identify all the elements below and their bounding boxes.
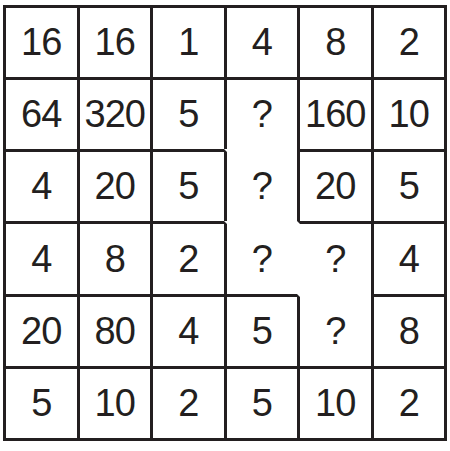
cell-r6c5: 10 [297, 366, 371, 438]
cell-r4c1: 4 [3, 221, 77, 293]
cell-r1c5: 8 [297, 5, 371, 77]
cell-r2c3: 5 [150, 77, 224, 149]
cell-r6c6: 2 [371, 366, 445, 438]
cell-r5c6: 8 [371, 294, 445, 366]
cell-r4c4-unknown: ? [224, 221, 298, 293]
cell-r1c4: 4 [224, 5, 298, 77]
cell-r5c4: 5 [224, 294, 298, 366]
cell-r1c1: 16 [3, 5, 77, 77]
cell-r6c1: 5 [3, 366, 77, 438]
cell-r1c3: 1 [150, 5, 224, 77]
cell-r5c1: 20 [3, 294, 77, 366]
cell-r4c2: 8 [77, 221, 151, 293]
cell-r3c5: 20 [297, 149, 371, 221]
cell-r2c6: 10 [371, 77, 445, 149]
cell-r3c2: 20 [77, 149, 151, 221]
cell-r4c3: 2 [150, 221, 224, 293]
cell-r6c2: 10 [77, 366, 151, 438]
cell-r2c1: 64 [3, 77, 77, 149]
cell-r3c3: 5 [150, 149, 224, 221]
cell-r3c4-unknown: ? [224, 149, 298, 221]
cell-r2c2: 320 [77, 77, 151, 149]
cell-r6c3: 2 [150, 366, 224, 438]
cell-r2c5: 160 [297, 77, 371, 149]
cell-r5c3: 4 [150, 294, 224, 366]
cell-r2c4-unknown: ? [224, 77, 298, 149]
cell-r1c6: 2 [371, 5, 445, 77]
cell-r5c2: 80 [77, 294, 151, 366]
cell-r3c1: 4 [3, 149, 77, 221]
cell-r1c2: 16 [77, 5, 151, 77]
cell-r5c5-unknown: ? [297, 294, 371, 366]
cell-r4c6: 4 [371, 221, 445, 293]
cell-r4c5-unknown: ? [297, 221, 371, 293]
puzzle-grid: 16 16 1 4 8 2 64 320 5 ? 160 10 4 20 5 ?… [3, 5, 447, 441]
cell-r3c6: 5 [371, 149, 445, 221]
cell-r6c4: 5 [224, 366, 298, 438]
